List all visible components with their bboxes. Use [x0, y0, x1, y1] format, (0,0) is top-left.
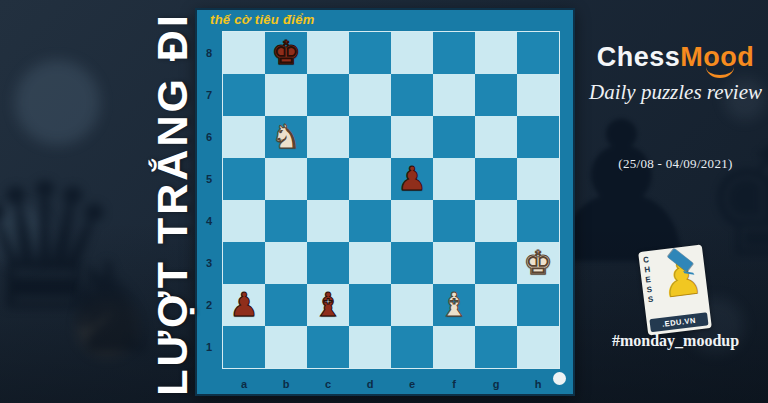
brand-smile-oo: oo [703, 42, 737, 73]
hashtag: #monday_moodup [583, 332, 768, 350]
square-e3[interactable] [391, 242, 433, 284]
file-label-a: a [223, 370, 265, 390]
rank-label-5: 5 [197, 158, 221, 200]
rank-label-8: 8 [197, 32, 221, 74]
square-c2[interactable]: ♝ [307, 284, 349, 326]
square-f7[interactable] [433, 74, 475, 116]
square-b2[interactable] [265, 284, 307, 326]
square-e5[interactable]: ♟ [391, 158, 433, 200]
square-e1[interactable] [391, 326, 433, 368]
square-d8[interactable] [349, 32, 391, 74]
square-g2[interactable] [475, 284, 517, 326]
square-c8[interactable] [307, 32, 349, 74]
edu-logo-vertical-text: CHESS [643, 255, 655, 304]
square-h3[interactable]: ♚ [517, 242, 559, 284]
bokeh-light [15, 60, 100, 145]
square-g6[interactable] [475, 116, 517, 158]
black-pawn[interactable]: ♟ [391, 158, 433, 200]
square-f6[interactable] [433, 116, 475, 158]
file-label-c: c [307, 370, 349, 390]
square-b4[interactable] [265, 200, 307, 242]
square-f5[interactable] [433, 158, 475, 200]
edu-logo-domain: .EDU.VN [649, 312, 708, 332]
brand-eye-o: o [720, 42, 737, 73]
file-label-d: d [349, 370, 391, 390]
square-d5[interactable] [349, 158, 391, 200]
square-g3[interactable] [475, 242, 517, 284]
square-f3[interactable] [433, 242, 475, 284]
chessmood-logo: ChessMood [583, 42, 768, 73]
file-labels: abcdefgh [223, 370, 559, 390]
square-b7[interactable] [265, 74, 307, 116]
white-king[interactable]: ♚ [517, 242, 559, 284]
square-g7[interactable] [475, 74, 517, 116]
brand-chess-text: Chess [597, 42, 681, 72]
square-f8[interactable] [433, 32, 475, 74]
chess-board-panel: thế cờ tiêu điểm 87654321 ♚♞♟♚♟♝♝ abcdef… [195, 8, 575, 396]
square-h4[interactable] [517, 200, 559, 242]
edu-vertical-letter: H [644, 265, 651, 275]
black-bishop[interactable]: ♝ [307, 284, 349, 326]
square-b1[interactable] [265, 326, 307, 368]
edu-vertical-letter: S [647, 295, 654, 305]
square-a3[interactable] [223, 242, 265, 284]
square-f2[interactable]: ♝ [433, 284, 475, 326]
edu-vertical-letter: E [645, 275, 652, 285]
tagline: Daily puzzles review [577, 80, 768, 105]
rank-label-6: 6 [197, 116, 221, 158]
rank-labels: 87654321 [197, 32, 221, 368]
rank-label-4: 4 [197, 200, 221, 242]
square-a4[interactable] [223, 200, 265, 242]
puzzle-banner: ♟ ♚ ♛ ♞ LƯỢT TRẮNG ĐI thế cờ tiêu điểm 8… [0, 0, 768, 403]
square-a8[interactable] [223, 32, 265, 74]
file-label-b: b [265, 370, 307, 390]
square-a1[interactable] [223, 326, 265, 368]
square-g8[interactable] [475, 32, 517, 74]
brand-eye-o: o [703, 42, 720, 73]
right-panel: ChessMood Daily puzzles review (25/08 - … [583, 0, 768, 403]
brand-mood-text: Mood [680, 42, 754, 72]
square-a7[interactable] [223, 74, 265, 116]
square-b3[interactable] [265, 242, 307, 284]
square-d7[interactable] [349, 74, 391, 116]
black-king[interactable]: ♚ [265, 32, 307, 74]
square-g4[interactable] [475, 200, 517, 242]
square-a5[interactable] [223, 158, 265, 200]
square-c5[interactable] [307, 158, 349, 200]
white-knight[interactable]: ♞ [265, 116, 307, 158]
square-h1[interactable] [517, 326, 559, 368]
square-h2[interactable] [517, 284, 559, 326]
square-e2[interactable] [391, 284, 433, 326]
square-h6[interactable] [517, 116, 559, 158]
square-a6[interactable] [223, 116, 265, 158]
square-c4[interactable] [307, 200, 349, 242]
square-f1[interactable] [433, 326, 475, 368]
chess-board[interactable]: ♚♞♟♚♟♝♝ [223, 32, 559, 368]
square-d2[interactable] [349, 284, 391, 326]
square-d6[interactable] [349, 116, 391, 158]
file-label-g: g [475, 370, 517, 390]
square-e6[interactable] [391, 116, 433, 158]
chess-edu-logo: CHESS ♟ .EDU.VN [638, 244, 712, 335]
rank-label-2: 2 [197, 284, 221, 326]
square-h8[interactable] [517, 32, 559, 74]
square-b8[interactable]: ♚ [265, 32, 307, 74]
file-label-e: e [391, 370, 433, 390]
square-b6[interactable]: ♞ [265, 116, 307, 158]
square-f4[interactable] [433, 200, 475, 242]
square-c3[interactable] [307, 242, 349, 284]
square-b5[interactable] [265, 158, 307, 200]
square-d3[interactable] [349, 242, 391, 284]
white-bishop[interactable]: ♝ [433, 284, 475, 326]
white-to-move-indicator [553, 372, 566, 385]
square-h5[interactable] [517, 158, 559, 200]
square-d4[interactable] [349, 200, 391, 242]
edu-vertical-letter: S [646, 285, 653, 295]
file-label-f: f [433, 370, 475, 390]
edu-vertical-letter: C [643, 255, 650, 265]
rank-label-3: 3 [197, 242, 221, 284]
square-e4[interactable] [391, 200, 433, 242]
square-d1[interactable] [349, 326, 391, 368]
square-h7[interactable] [517, 74, 559, 116]
square-c7[interactable] [307, 74, 349, 116]
date-range: (25/08 - 04/09/2021) [583, 156, 768, 172]
square-a2[interactable]: ♟ [223, 284, 265, 326]
square-c6[interactable] [307, 116, 349, 158]
board-caption: thế cờ tiêu điểm [210, 12, 315, 27]
square-e8[interactable] [391, 32, 433, 74]
square-c1[interactable] [307, 326, 349, 368]
square-g5[interactable] [475, 158, 517, 200]
side-title-white-to-move: LƯỢT TRẮNG ĐI [148, 12, 197, 396]
rank-label-7: 7 [197, 74, 221, 116]
square-e7[interactable] [391, 74, 433, 116]
square-g1[interactable] [475, 326, 517, 368]
rank-label-1: 1 [197, 326, 221, 368]
black-pawn[interactable]: ♟ [223, 284, 265, 326]
